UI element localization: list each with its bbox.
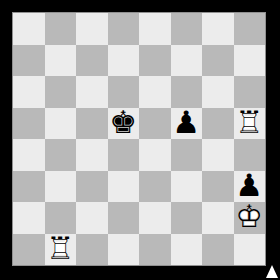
square-f8[interactable]: [171, 13, 203, 45]
rook-outline-glyph: ♖: [46, 233, 74, 264]
square-f1[interactable]: [171, 234, 203, 266]
rook-outline-glyph: ♖: [235, 107, 263, 138]
square-a5[interactable]: [13, 108, 45, 140]
square-d8[interactable]: [108, 13, 140, 45]
square-d3[interactable]: [108, 171, 140, 203]
square-a6[interactable]: [13, 76, 45, 108]
square-e2[interactable]: [139, 202, 171, 234]
square-a4[interactable]: [13, 139, 45, 171]
square-g6[interactable]: [202, 76, 234, 108]
square-e8[interactable]: [139, 13, 171, 45]
square-b1[interactable]: ♜♖: [45, 234, 77, 266]
piece-white-rook-h5[interactable]: ♜♖: [235, 107, 263, 138]
page: ♚♟♜♖♟♚♔♜♖: [0, 0, 280, 280]
square-a8[interactable]: [13, 13, 45, 45]
square-g3[interactable]: [202, 171, 234, 203]
piece-white-rook-b1[interactable]: ♜♖: [46, 233, 74, 264]
king-outline-glyph: ♔: [235, 201, 263, 232]
piece-white-king-h2[interactable]: ♚♔: [235, 201, 263, 232]
square-e4[interactable]: [139, 139, 171, 171]
square-a2[interactable]: [13, 202, 45, 234]
square-c8[interactable]: [76, 13, 108, 45]
square-b8[interactable]: [45, 13, 77, 45]
square-d7[interactable]: [108, 45, 140, 77]
square-g8[interactable]: [202, 13, 234, 45]
square-h8[interactable]: [234, 13, 266, 45]
piece-black-pawn-f5[interactable]: ♟: [172, 107, 200, 138]
square-g7[interactable]: [202, 45, 234, 77]
square-e6[interactable]: [139, 76, 171, 108]
square-a7[interactable]: [13, 45, 45, 77]
square-a3[interactable]: [13, 171, 45, 203]
square-b4[interactable]: [45, 139, 77, 171]
white-to-move-indicator: [266, 265, 278, 278]
square-b6[interactable]: [45, 76, 77, 108]
square-b7[interactable]: [45, 45, 77, 77]
square-b3[interactable]: [45, 171, 77, 203]
square-c5[interactable]: [76, 108, 108, 140]
square-c3[interactable]: [76, 171, 108, 203]
square-e5[interactable]: [139, 108, 171, 140]
square-h7[interactable]: [234, 45, 266, 77]
square-a1[interactable]: [13, 234, 45, 266]
square-g2[interactable]: [202, 202, 234, 234]
chess-board: ♚♟♜♖♟♚♔♜♖: [12, 12, 266, 266]
square-h1[interactable]: [234, 234, 266, 266]
square-c1[interactable]: [76, 234, 108, 266]
square-b5[interactable]: [45, 108, 77, 140]
square-d5[interactable]: ♚: [108, 108, 140, 140]
square-d4[interactable]: [108, 139, 140, 171]
square-f4[interactable]: [171, 139, 203, 171]
square-h5[interactable]: ♜♖: [234, 108, 266, 140]
square-h2[interactable]: ♚♔: [234, 202, 266, 234]
square-c7[interactable]: [76, 45, 108, 77]
square-d1[interactable]: [108, 234, 140, 266]
square-e3[interactable]: [139, 171, 171, 203]
square-g5[interactable]: [202, 108, 234, 140]
square-c4[interactable]: [76, 139, 108, 171]
square-f7[interactable]: [171, 45, 203, 77]
piece-black-king-d5[interactable]: ♚: [109, 107, 137, 138]
piece-black-pawn-h3[interactable]: ♟: [235, 170, 263, 201]
square-g4[interactable]: [202, 139, 234, 171]
square-g1[interactable]: [202, 234, 234, 266]
square-c2[interactable]: [76, 202, 108, 234]
square-f2[interactable]: [171, 202, 203, 234]
square-e1[interactable]: [139, 234, 171, 266]
square-e7[interactable]: [139, 45, 171, 77]
square-d2[interactable]: [108, 202, 140, 234]
square-c6[interactable]: [76, 76, 108, 108]
square-f3[interactable]: [171, 171, 203, 203]
square-f5[interactable]: ♟: [171, 108, 203, 140]
